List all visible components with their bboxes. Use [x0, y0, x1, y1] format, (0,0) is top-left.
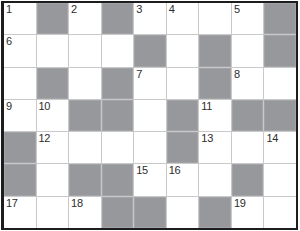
crossword-grid: 12345678910111213141516171819	[1, 1, 298, 230]
blocked-cell-r5c0	[4, 164, 36, 195]
open-cell-r2c8[interactable]	[264, 68, 296, 99]
open-cell-r5c5[interactable]: 16	[167, 164, 199, 195]
blocked-cell-r2c1	[37, 68, 69, 99]
clue-number: 16	[169, 165, 181, 176]
open-cell-r0c2[interactable]: 2	[69, 3, 101, 34]
open-cell-r4c8[interactable]: 14	[264, 132, 296, 163]
blocked-cell-r3c8	[264, 100, 296, 131]
open-cell-r4c1[interactable]: 12	[37, 132, 69, 163]
clue-number: 3	[136, 4, 142, 15]
clue-number: 7	[136, 69, 142, 80]
open-cell-r0c7[interactable]: 5	[232, 3, 264, 34]
blocked-cell-r6c4	[134, 197, 166, 228]
open-cell-r5c6[interactable]	[199, 164, 231, 195]
open-cell-r2c4[interactable]: 7	[134, 68, 166, 99]
open-cell-r1c7[interactable]	[232, 35, 264, 66]
clue-number: 2	[71, 4, 77, 15]
blocked-cell-r5c7	[232, 164, 264, 195]
clue-number: 4	[169, 4, 175, 15]
clue-number: 17	[6, 198, 18, 209]
open-cell-r4c7[interactable]	[232, 132, 264, 163]
clue-number: 12	[39, 133, 51, 144]
blocked-cell-r2c3	[102, 68, 134, 99]
blocked-cell-r4c0	[4, 132, 36, 163]
open-cell-r4c2[interactable]	[69, 132, 101, 163]
open-cell-r1c1[interactable]	[37, 35, 69, 66]
blocked-cell-r4c5	[167, 132, 199, 163]
clue-number: 11	[201, 101, 212, 112]
blocked-cell-r3c7	[232, 100, 264, 131]
blocked-cell-r6c6	[199, 197, 231, 228]
open-cell-r0c5[interactable]: 4	[167, 3, 199, 34]
blocked-cell-r0c8	[264, 3, 296, 34]
clue-number: 14	[266, 133, 278, 144]
open-cell-r5c1[interactable]	[37, 164, 69, 195]
open-cell-r2c5[interactable]	[167, 68, 199, 99]
blocked-cell-r1c8	[264, 35, 296, 66]
open-cell-r4c3[interactable]	[102, 132, 134, 163]
open-cell-r6c2[interactable]: 18	[69, 197, 101, 228]
blocked-cell-r5c2	[69, 164, 101, 195]
open-cell-r3c6[interactable]: 11	[199, 100, 231, 131]
open-cell-r1c3[interactable]	[102, 35, 134, 66]
open-cell-r1c0[interactable]: 6	[4, 35, 36, 66]
clue-number: 6	[6, 36, 12, 47]
open-cell-r6c0[interactable]: 17	[4, 197, 36, 228]
clue-number: 18	[71, 198, 83, 209]
blocked-cell-r3c2	[69, 100, 101, 131]
open-cell-r3c4[interactable]	[134, 100, 166, 131]
blocked-cell-r1c4	[134, 35, 166, 66]
crossword-board: 12345678910111213141516171819	[0, 0, 300, 231]
open-cell-r0c0[interactable]: 1	[4, 3, 36, 34]
clue-number: 5	[234, 4, 240, 15]
open-cell-r4c4[interactable]	[134, 132, 166, 163]
open-cell-r6c1[interactable]	[37, 197, 69, 228]
open-cell-r0c4[interactable]: 3	[134, 3, 166, 34]
blocked-cell-r6c3	[102, 197, 134, 228]
blocked-cell-r2c6	[199, 68, 231, 99]
blocked-cell-r0c3	[102, 3, 134, 34]
open-cell-r3c1[interactable]: 10	[37, 100, 69, 131]
clue-number: 8	[234, 69, 240, 80]
blocked-cell-r1c6	[199, 35, 231, 66]
open-cell-r5c4[interactable]: 15	[134, 164, 166, 195]
open-cell-r2c7[interactable]: 8	[232, 68, 264, 99]
open-cell-r6c5[interactable]	[167, 197, 199, 228]
open-cell-r6c8[interactable]	[264, 197, 296, 228]
open-cell-r2c2[interactable]	[69, 68, 101, 99]
clue-number: 19	[234, 198, 246, 209]
open-cell-r3c0[interactable]: 9	[4, 100, 36, 131]
clue-number: 13	[201, 133, 213, 144]
clue-number: 10	[39, 101, 51, 112]
open-cell-r6c7[interactable]: 19	[232, 197, 264, 228]
open-cell-r4c6[interactable]: 13	[199, 132, 231, 163]
open-cell-r0c6[interactable]	[199, 3, 231, 34]
blocked-cell-r0c1	[37, 3, 69, 34]
blocked-cell-r5c3	[102, 164, 134, 195]
clue-number: 9	[6, 101, 12, 112]
open-cell-r5c8[interactable]	[264, 164, 296, 195]
open-cell-r2c0[interactable]	[4, 68, 36, 99]
blocked-cell-r3c3	[102, 100, 134, 131]
open-cell-r1c2[interactable]	[69, 35, 101, 66]
open-cell-r1c5[interactable]	[167, 35, 199, 66]
blocked-cell-r3c5	[167, 100, 199, 131]
clue-number: 15	[136, 165, 148, 176]
clue-number: 1	[6, 4, 12, 15]
